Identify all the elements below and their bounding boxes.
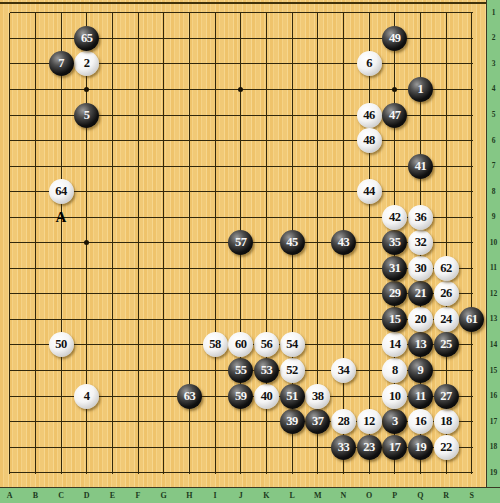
column-label: P bbox=[382, 489, 408, 503]
stone-white-move-26: 26 bbox=[434, 281, 459, 306]
move-number: 62 bbox=[440, 261, 452, 276]
move-number: 65 bbox=[81, 31, 93, 46]
stone-black-move-33: 33 bbox=[331, 435, 356, 460]
stone-white-move-44: 44 bbox=[357, 179, 382, 204]
stone-black-move-59: 59 bbox=[228, 384, 253, 409]
row-label: 8 bbox=[487, 187, 500, 197]
stone-black-move-57: 57 bbox=[228, 230, 253, 255]
row-label: 2 bbox=[487, 33, 500, 43]
move-number: 44 bbox=[363, 184, 375, 199]
column-label: R bbox=[433, 489, 459, 503]
stone-white-move-36: 36 bbox=[408, 205, 433, 230]
row-label: 6 bbox=[487, 136, 500, 146]
stone-white-move-48: 48 bbox=[357, 128, 382, 153]
move-number: 50 bbox=[55, 337, 67, 352]
move-number: 33 bbox=[338, 440, 350, 455]
stone-black-move-15: 15 bbox=[382, 307, 407, 332]
move-number: 5 bbox=[84, 108, 90, 123]
stone-black-move-13: 13 bbox=[408, 332, 433, 357]
grid-line-vertical bbox=[471, 13, 472, 474]
row-label: 11 bbox=[487, 263, 500, 273]
move-number: 10 bbox=[389, 389, 401, 404]
move-number: 53 bbox=[261, 363, 273, 378]
move-number: 41 bbox=[415, 159, 427, 174]
move-number: 54 bbox=[286, 337, 298, 352]
stone-black-move-65: 65 bbox=[74, 26, 99, 51]
stone-black-move-55: 55 bbox=[228, 358, 253, 383]
move-number: 17 bbox=[389, 440, 401, 455]
stone-black-move-9: 9 bbox=[408, 358, 433, 383]
point-marker-A: A bbox=[51, 207, 71, 227]
move-number: 47 bbox=[389, 108, 401, 123]
column-label: D bbox=[74, 489, 100, 503]
stone-black-move-63: 63 bbox=[177, 384, 202, 409]
stone-white-move-12: 12 bbox=[357, 409, 382, 434]
move-number: 18 bbox=[440, 414, 452, 429]
stone-white-move-2: 2 bbox=[74, 51, 99, 76]
move-number: 49 bbox=[389, 31, 401, 46]
move-number: 42 bbox=[389, 210, 401, 225]
move-number: 11 bbox=[415, 389, 426, 404]
move-number: 28 bbox=[338, 414, 350, 429]
move-number: 26 bbox=[440, 286, 452, 301]
stone-white-move-8: 8 bbox=[382, 358, 407, 383]
move-number: 32 bbox=[415, 235, 427, 250]
move-number: 27 bbox=[440, 389, 452, 404]
stone-black-move-43: 43 bbox=[331, 230, 356, 255]
move-number: 57 bbox=[235, 235, 247, 250]
move-number: 39 bbox=[286, 414, 298, 429]
move-number: 43 bbox=[338, 235, 350, 250]
stone-white-move-42: 42 bbox=[382, 205, 407, 230]
grid-line-horizontal bbox=[10, 472, 473, 473]
column-label: E bbox=[99, 489, 125, 503]
move-number: 56 bbox=[261, 337, 273, 352]
stone-white-move-64: 64 bbox=[49, 179, 74, 204]
column-label: G bbox=[151, 489, 177, 503]
move-number: 61 bbox=[466, 312, 478, 327]
stone-black-move-25: 25 bbox=[434, 332, 459, 357]
stone-black-move-45: 45 bbox=[280, 230, 305, 255]
row-label: 19 bbox=[487, 468, 500, 478]
move-number: 63 bbox=[184, 389, 196, 404]
stone-black-move-27: 27 bbox=[434, 384, 459, 409]
move-number: 1 bbox=[418, 82, 424, 97]
stone-black-move-3: 3 bbox=[382, 409, 407, 434]
move-number: 2 bbox=[84, 56, 90, 71]
move-number: 37 bbox=[312, 414, 324, 429]
stone-white-move-46: 46 bbox=[357, 103, 382, 128]
row-label: 13 bbox=[487, 314, 500, 324]
stone-black-move-51: 51 bbox=[280, 384, 305, 409]
column-label: I bbox=[202, 489, 228, 503]
column-label: K bbox=[253, 489, 279, 503]
stone-black-move-49: 49 bbox=[382, 26, 407, 51]
move-number: 21 bbox=[415, 286, 427, 301]
stone-black-move-53: 53 bbox=[254, 358, 279, 383]
board-top-border bbox=[0, 2, 487, 4]
move-number: 4 bbox=[84, 389, 90, 404]
row-label: 3 bbox=[487, 59, 500, 69]
column-label: B bbox=[22, 489, 48, 503]
row-label: 17 bbox=[487, 417, 500, 427]
move-number: 16 bbox=[415, 414, 427, 429]
stone-white-move-22: 22 bbox=[434, 435, 459, 460]
star-point bbox=[84, 87, 89, 92]
move-number: 38 bbox=[312, 389, 324, 404]
move-number: 7 bbox=[58, 56, 64, 71]
column-label: C bbox=[48, 489, 74, 503]
move-number: 64 bbox=[55, 184, 67, 199]
column-label: J bbox=[228, 489, 254, 503]
row-label: 1 bbox=[487, 8, 500, 18]
grid-line-vertical bbox=[369, 13, 370, 474]
column-label: S bbox=[459, 489, 485, 503]
stone-black-move-1: 1 bbox=[408, 77, 433, 102]
stone-white-move-50: 50 bbox=[49, 332, 74, 357]
column-label: Q bbox=[407, 489, 433, 503]
move-number: 52 bbox=[286, 363, 298, 378]
move-number: 13 bbox=[415, 337, 427, 352]
star-point bbox=[238, 87, 243, 92]
row-label: 18 bbox=[487, 442, 500, 452]
stone-black-move-17: 17 bbox=[382, 435, 407, 460]
stone-black-move-41: 41 bbox=[408, 154, 433, 179]
row-label: 10 bbox=[487, 238, 500, 248]
stone-white-move-58: 58 bbox=[203, 332, 228, 357]
move-number: 12 bbox=[363, 414, 375, 429]
stone-white-move-56: 56 bbox=[254, 332, 279, 357]
row-label: 15 bbox=[487, 366, 500, 376]
stone-white-move-6: 6 bbox=[357, 51, 382, 76]
move-number: 24 bbox=[440, 312, 452, 327]
move-number: 55 bbox=[235, 363, 247, 378]
row-label: 16 bbox=[487, 391, 500, 401]
column-label: F bbox=[125, 489, 151, 503]
stone-black-move-5: 5 bbox=[74, 103, 99, 128]
column-label: M bbox=[305, 489, 331, 503]
stone-white-move-40: 40 bbox=[254, 384, 279, 409]
move-number: 51 bbox=[286, 389, 298, 404]
move-number: 29 bbox=[389, 286, 401, 301]
go-board-diagram: ABCDEFGHIJKLMNOPQRS123456789101112131415… bbox=[0, 0, 500, 503]
row-label: 5 bbox=[487, 110, 500, 120]
move-number: 25 bbox=[440, 337, 452, 352]
move-number: 15 bbox=[389, 312, 401, 327]
stone-white-move-54: 54 bbox=[280, 332, 305, 357]
stone-black-move-21: 21 bbox=[408, 281, 433, 306]
stone-black-move-11: 11 bbox=[408, 384, 433, 409]
move-number: 48 bbox=[363, 133, 375, 148]
column-label: A bbox=[0, 489, 23, 503]
column-label: H bbox=[176, 489, 202, 503]
move-number: 40 bbox=[261, 389, 273, 404]
move-number: 30 bbox=[415, 261, 427, 276]
row-label: 4 bbox=[487, 84, 500, 94]
stone-black-move-31: 31 bbox=[382, 256, 407, 281]
move-number: 45 bbox=[286, 235, 298, 250]
move-number: 19 bbox=[415, 440, 427, 455]
move-number: 3 bbox=[392, 414, 398, 429]
stone-white-move-10: 10 bbox=[382, 384, 407, 409]
move-number: 60 bbox=[235, 337, 247, 352]
stone-white-move-60: 60 bbox=[228, 332, 253, 357]
move-number: 23 bbox=[363, 440, 375, 455]
stone-black-move-7: 7 bbox=[49, 51, 74, 76]
stone-black-move-37: 37 bbox=[305, 409, 330, 434]
stone-white-move-52: 52 bbox=[280, 358, 305, 383]
stone-white-move-4: 4 bbox=[74, 384, 99, 409]
stone-black-move-19: 19 bbox=[408, 435, 433, 460]
stone-white-move-32: 32 bbox=[408, 230, 433, 255]
star-point bbox=[84, 240, 89, 245]
move-number: 35 bbox=[389, 235, 401, 250]
move-number: 8 bbox=[392, 363, 398, 378]
row-label: 12 bbox=[487, 289, 500, 299]
stone-white-move-62: 62 bbox=[434, 256, 459, 281]
stone-black-move-47: 47 bbox=[382, 103, 407, 128]
column-label: L bbox=[279, 489, 305, 503]
stone-black-move-23: 23 bbox=[357, 435, 382, 460]
stone-black-move-61: 61 bbox=[459, 307, 484, 332]
move-number: 34 bbox=[338, 363, 350, 378]
stone-white-move-20: 20 bbox=[408, 307, 433, 332]
column-label: N bbox=[330, 489, 356, 503]
stone-black-move-29: 29 bbox=[382, 281, 407, 306]
column-label: O bbox=[356, 489, 382, 503]
move-number: 6 bbox=[366, 56, 372, 71]
stone-white-move-38: 38 bbox=[305, 384, 330, 409]
move-number: 22 bbox=[440, 440, 452, 455]
stone-white-move-14: 14 bbox=[382, 332, 407, 357]
move-number: 14 bbox=[389, 337, 401, 352]
move-number: 36 bbox=[415, 210, 427, 225]
move-number: 46 bbox=[363, 108, 375, 123]
stone-black-move-35: 35 bbox=[382, 230, 407, 255]
stone-white-move-28: 28 bbox=[331, 409, 356, 434]
stone-black-move-39: 39 bbox=[280, 409, 305, 434]
row-label: 9 bbox=[487, 212, 500, 222]
stone-white-move-18: 18 bbox=[434, 409, 459, 434]
row-label: 14 bbox=[487, 340, 500, 350]
stone-white-move-30: 30 bbox=[408, 256, 433, 281]
row-coordinate-strip bbox=[486, 0, 500, 503]
row-label: 7 bbox=[487, 161, 500, 171]
stone-white-move-24: 24 bbox=[434, 307, 459, 332]
star-point bbox=[392, 87, 397, 92]
stone-white-move-34: 34 bbox=[331, 358, 356, 383]
move-number: 9 bbox=[418, 363, 424, 378]
stone-white-move-16: 16 bbox=[408, 409, 433, 434]
move-number: 20 bbox=[415, 312, 427, 327]
move-number: 58 bbox=[209, 337, 221, 352]
move-number: 59 bbox=[235, 389, 247, 404]
move-number: 31 bbox=[389, 261, 401, 276]
